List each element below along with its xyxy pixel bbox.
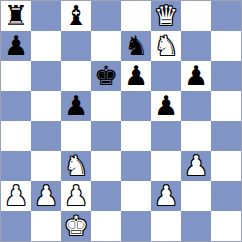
piece-black-pawn: ♟ — [184, 62, 208, 89]
square-h5[interactable] — [211, 91, 241, 121]
piece-white-pawn: ♟ — [34, 182, 58, 209]
square-b4[interactable] — [31, 121, 61, 151]
square-e4[interactable] — [121, 121, 151, 151]
square-h6[interactable] — [211, 61, 241, 91]
square-c2[interactable]: ♟ — [61, 181, 91, 211]
square-h3[interactable] — [211, 151, 241, 181]
square-a3[interactable] — [1, 151, 31, 181]
square-f1[interactable] — [151, 211, 181, 241]
square-g1[interactable] — [181, 211, 211, 241]
square-h7[interactable] — [211, 31, 241, 61]
square-f7[interactable]: ♞ — [151, 31, 181, 61]
square-g7[interactable] — [181, 31, 211, 61]
square-g8[interactable] — [181, 1, 211, 31]
square-e7[interactable]: ♞ — [121, 31, 151, 61]
square-c6[interactable] — [61, 61, 91, 91]
square-c5[interactable]: ♟ — [61, 91, 91, 121]
chess-board: ♜♝♛♟♞♞♚♟♟♟♟♞♟♟♟♟♟♚ — [0, 0, 242, 242]
square-d3[interactable] — [91, 151, 121, 181]
square-d7[interactable] — [91, 31, 121, 61]
square-h2[interactable] — [211, 181, 241, 211]
square-e5[interactable] — [121, 91, 151, 121]
square-e2[interactable] — [121, 181, 151, 211]
square-g5[interactable] — [181, 91, 211, 121]
piece-white-pawn: ♟ — [154, 182, 178, 209]
square-g3[interactable]: ♟ — [181, 151, 211, 181]
square-b7[interactable] — [31, 31, 61, 61]
square-h4[interactable] — [211, 121, 241, 151]
square-e8[interactable] — [121, 1, 151, 31]
piece-black-bishop: ♝ — [64, 2, 88, 29]
square-a2[interactable]: ♟ — [1, 181, 31, 211]
chess-board-container: ♜♝♛♟♞♞♚♟♟♟♟♞♟♟♟♟♟♚ — [0, 0, 242, 242]
piece-white-knight: ♞ — [154, 32, 178, 59]
square-f3[interactable] — [151, 151, 181, 181]
square-b1[interactable] — [31, 211, 61, 241]
square-d2[interactable] — [91, 181, 121, 211]
square-c4[interactable] — [61, 121, 91, 151]
square-c3[interactable]: ♞ — [61, 151, 91, 181]
square-f6[interactable] — [151, 61, 181, 91]
square-a6[interactable] — [1, 61, 31, 91]
piece-white-king: ♚ — [64, 212, 88, 239]
square-b5[interactable] — [31, 91, 61, 121]
square-c1[interactable]: ♚ — [61, 211, 91, 241]
square-c7[interactable] — [61, 31, 91, 61]
piece-white-queen: ♛ — [154, 2, 178, 29]
piece-black-pawn: ♟ — [124, 62, 148, 89]
square-g4[interactable] — [181, 121, 211, 151]
square-d4[interactable] — [91, 121, 121, 151]
piece-black-pawn: ♟ — [154, 92, 178, 119]
square-b6[interactable] — [31, 61, 61, 91]
piece-black-knight: ♞ — [124, 32, 148, 59]
square-f2[interactable]: ♟ — [151, 181, 181, 211]
square-a8[interactable]: ♜ — [1, 1, 31, 31]
square-d6[interactable]: ♚ — [91, 61, 121, 91]
square-b8[interactable] — [31, 1, 61, 31]
square-d1[interactable] — [91, 211, 121, 241]
square-e1[interactable] — [121, 211, 151, 241]
square-e6[interactable]: ♟ — [121, 61, 151, 91]
square-a7[interactable]: ♟ — [1, 31, 31, 61]
piece-black-pawn: ♟ — [4, 32, 28, 59]
square-h8[interactable] — [211, 1, 241, 31]
square-b2[interactable]: ♟ — [31, 181, 61, 211]
square-a1[interactable] — [1, 211, 31, 241]
square-g6[interactable]: ♟ — [181, 61, 211, 91]
square-g2[interactable] — [181, 181, 211, 211]
square-h1[interactable] — [211, 211, 241, 241]
piece-black-pawn: ♟ — [64, 92, 88, 119]
square-d8[interactable] — [91, 1, 121, 31]
square-d5[interactable] — [91, 91, 121, 121]
piece-black-rook: ♜ — [4, 2, 28, 29]
square-f5[interactable]: ♟ — [151, 91, 181, 121]
square-e3[interactable] — [121, 151, 151, 181]
square-f8[interactable]: ♛ — [151, 1, 181, 31]
piece-white-pawn: ♟ — [184, 152, 208, 179]
piece-white-pawn: ♟ — [64, 182, 88, 209]
piece-white-knight: ♞ — [64, 152, 88, 179]
square-c8[interactable]: ♝ — [61, 1, 91, 31]
square-a4[interactable] — [1, 121, 31, 151]
piece-white-pawn: ♟ — [4, 182, 28, 209]
square-f4[interactable] — [151, 121, 181, 151]
piece-black-king: ♚ — [94, 62, 118, 89]
square-b3[interactable] — [31, 151, 61, 181]
square-a5[interactable] — [1, 91, 31, 121]
